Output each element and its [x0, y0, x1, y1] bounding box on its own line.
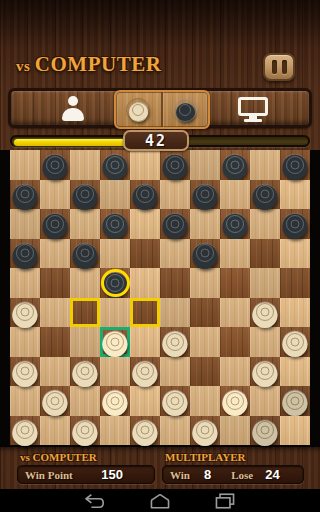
- piece-white-man[interactable]: ●: [218, 384, 252, 418]
- lose-value: 24: [265, 467, 279, 482]
- piece-white-man[interactable]: ●: [278, 384, 312, 418]
- square-1-8[interactable]: ●: [250, 180, 280, 210]
- piece-white-man[interactable]: ●: [98, 325, 132, 359]
- square-3-7: [220, 239, 250, 269]
- square-2-3[interactable]: ●: [100, 209, 130, 239]
- piece-black-man[interactable]: ●: [188, 237, 222, 271]
- piece-white-man[interactable]: ●: [8, 355, 42, 389]
- win-point-panel: Win Point 150: [17, 465, 155, 484]
- piece-black-man[interactable]: ●: [278, 207, 312, 241]
- timer-value: 42: [145, 132, 167, 150]
- square-9-7: [220, 416, 250, 446]
- pause-button[interactable]: [263, 53, 295, 81]
- win-value: 8: [204, 467, 211, 482]
- square-2-5[interactable]: ●: [160, 209, 190, 239]
- square-2-9[interactable]: ●: [280, 209, 310, 239]
- piece-black-man[interactable]: ●: [188, 178, 222, 212]
- piece-white-man[interactable]: ●: [188, 414, 222, 448]
- square-9-3: [100, 416, 130, 446]
- side-white-option[interactable]: ●: [116, 92, 163, 127]
- piece-white-man[interactable]: ●: [248, 296, 282, 330]
- square-9-4[interactable]: ●: [130, 416, 160, 446]
- piece-white-man[interactable]: ●: [248, 355, 282, 389]
- square-4-4: [130, 268, 160, 298]
- square-7-0[interactable]: ●: [10, 357, 40, 387]
- piece-black-man[interactable]: ●: [8, 178, 42, 212]
- person-icon: [61, 96, 85, 122]
- pause-icon: [272, 60, 277, 74]
- piece-white-man[interactable]: ●: [98, 384, 132, 418]
- piece-black-man[interactable]: ●: [38, 148, 72, 182]
- square-8-9[interactable]: ●: [280, 386, 310, 416]
- win-point-value: 150: [101, 467, 123, 482]
- home-icon[interactable]: [145, 491, 175, 510]
- square-2-7[interactable]: ●: [220, 209, 250, 239]
- piece-black-man[interactable]: ●: [68, 237, 102, 271]
- piece-white-man[interactable]: ●: [128, 414, 162, 448]
- app-screen: vs COMPUTER ● ● 42 ●●●●●●●●●●●●●●●●●●●●●…: [0, 0, 320, 512]
- square-7-6[interactable]: [190, 357, 220, 387]
- square-2-1[interactable]: ●: [40, 209, 70, 239]
- square-0-1[interactable]: ●: [40, 150, 70, 180]
- recents-icon[interactable]: [210, 491, 240, 510]
- piece-black-man[interactable]: ●: [98, 148, 132, 182]
- square-8-5[interactable]: ●: [160, 386, 190, 416]
- monitor-screen: [238, 97, 268, 116]
- piece-white-man[interactable]: ●: [128, 355, 162, 389]
- piece-white-man[interactable]: ●: [158, 384, 192, 418]
- lose-label: Lose: [231, 469, 253, 481]
- square-0-3[interactable]: ●: [100, 150, 130, 180]
- square-3-2[interactable]: ●: [70, 239, 100, 269]
- multiplayer-stats: MULTIPLAYER Win 8 Lose 24: [162, 449, 304, 484]
- piece-white-man[interactable]: ●: [8, 296, 42, 330]
- square-1-0[interactable]: ●: [10, 180, 40, 210]
- win-label: Win: [170, 469, 190, 481]
- square-8-7[interactable]: ●: [220, 386, 250, 416]
- square-9-8[interactable]: ●: [250, 416, 280, 446]
- square-5-4[interactable]: [130, 298, 160, 328]
- piece-black-man[interactable]: ●: [248, 178, 282, 212]
- piece-black-man[interactable]: ●: [218, 148, 252, 182]
- back-icon[interactable]: [80, 491, 110, 510]
- piece-white-man[interactable]: ●: [158, 325, 192, 359]
- square-0-5[interactable]: ●: [160, 150, 190, 180]
- square-4-5[interactable]: [160, 268, 190, 298]
- monitor-base: [244, 119, 262, 122]
- square-3-0[interactable]: ●: [10, 239, 40, 269]
- android-nav-bar: [0, 489, 320, 512]
- square-6-9[interactable]: ●: [280, 327, 310, 357]
- square-6-5[interactable]: ●: [160, 327, 190, 357]
- piece-white-man[interactable]: ●: [68, 355, 102, 389]
- piece-black-man[interactable]: ●: [128, 178, 162, 212]
- square-1-2[interactable]: ●: [70, 180, 100, 210]
- board-zone: ●●●●●●●●●●●●●●●●●●●●●●●●●●●●●●●●●●●●●●: [0, 150, 320, 447]
- square-7-4[interactable]: ●: [130, 357, 160, 387]
- square-3-8[interactable]: [250, 239, 280, 269]
- square-5-7: [220, 298, 250, 328]
- square-4-9[interactable]: [280, 268, 310, 298]
- piece-black-man[interactable]: ●: [38, 207, 72, 241]
- piece-white-man: ●: [125, 88, 152, 132]
- square-1-6[interactable]: ●: [190, 180, 220, 210]
- square-9-6[interactable]: ●: [190, 416, 220, 446]
- square-5-8[interactable]: ●: [250, 298, 280, 328]
- piece-black-man[interactable]: ●: [8, 237, 42, 271]
- square-5-2[interactable]: [70, 298, 100, 328]
- square-9-0[interactable]: ●: [10, 416, 40, 446]
- piece-white-man[interactable]: ●: [278, 325, 312, 359]
- piece-black-man[interactable]: ●: [158, 148, 192, 182]
- piece-black-man[interactable]: ●: [218, 207, 252, 241]
- square-6-1[interactable]: [40, 327, 70, 357]
- square-8-3[interactable]: ●: [100, 386, 130, 416]
- square-4-7[interactable]: [220, 268, 250, 298]
- title-main: COMPUTER: [35, 52, 162, 76]
- square-4-1[interactable]: [40, 268, 70, 298]
- title-prefix: vs: [16, 58, 30, 74]
- stats-footer: vs COMPUTER Win Point 150 MULTIPLAYER Wi…: [0, 447, 320, 489]
- page-title: vs COMPUTER: [16, 52, 161, 77]
- square-0-7[interactable]: ●: [220, 150, 250, 180]
- multiplayer-label: MULTIPLAYER: [165, 449, 304, 465]
- piece-white-man[interactable]: ●: [8, 414, 42, 448]
- square-6-3[interactable]: ●: [100, 327, 130, 357]
- win-lose-panel: Win 8 Lose 24: [162, 465, 304, 484]
- square-9-2[interactable]: ●: [70, 416, 100, 446]
- checkers-board: ●●●●●●●●●●●●●●●●●●●●●●●●●●●●●●●●●●●●●●: [10, 150, 310, 445]
- square-7-8[interactable]: ●: [250, 357, 280, 387]
- square-1-4[interactable]: ●: [130, 180, 160, 210]
- side-selector[interactable]: ● ●: [114, 90, 210, 129]
- piece-white-man[interactable]: ●: [38, 384, 72, 418]
- pause-icon: [282, 60, 287, 74]
- piece-black-man: ●: [172, 88, 199, 132]
- player-bar: ● ●: [8, 88, 312, 128]
- square-6-6: [190, 327, 220, 357]
- timer-value-badge: 42: [123, 130, 189, 151]
- piece-white-man[interactable]: ●: [68, 414, 102, 448]
- square-7-2[interactable]: ●: [70, 357, 100, 387]
- square-6-7[interactable]: [220, 327, 250, 357]
- piece-black-man[interactable]: ●: [278, 148, 312, 182]
- vs-computer-label: vs COMPUTER: [20, 449, 155, 465]
- square-8-1[interactable]: ●: [40, 386, 70, 416]
- piece-black-man[interactable]: ●: [158, 207, 192, 241]
- computer-monitor-icon: [238, 97, 268, 123]
- piece-black-man[interactable]: ●: [68, 178, 102, 212]
- square-5-6[interactable]: [190, 298, 220, 328]
- square-0-9[interactable]: ●: [280, 150, 310, 180]
- square-4-3[interactable]: ●: [100, 268, 130, 298]
- piece-black-man[interactable]: ●: [98, 266, 132, 300]
- win-point-label: Win Point: [25, 469, 73, 481]
- vs-computer-stats: vs COMPUTER Win Point 150: [17, 449, 155, 484]
- square-3-6[interactable]: ●: [190, 239, 220, 269]
- side-black-option[interactable]: ●: [163, 92, 208, 127]
- square-5-0[interactable]: ●: [10, 298, 40, 328]
- piece-black-man[interactable]: ●: [98, 207, 132, 241]
- square-5-1: [40, 298, 70, 328]
- square-9-9: [280, 416, 310, 446]
- piece-white-man[interactable]: ●: [248, 414, 282, 448]
- square-3-4[interactable]: [130, 239, 160, 269]
